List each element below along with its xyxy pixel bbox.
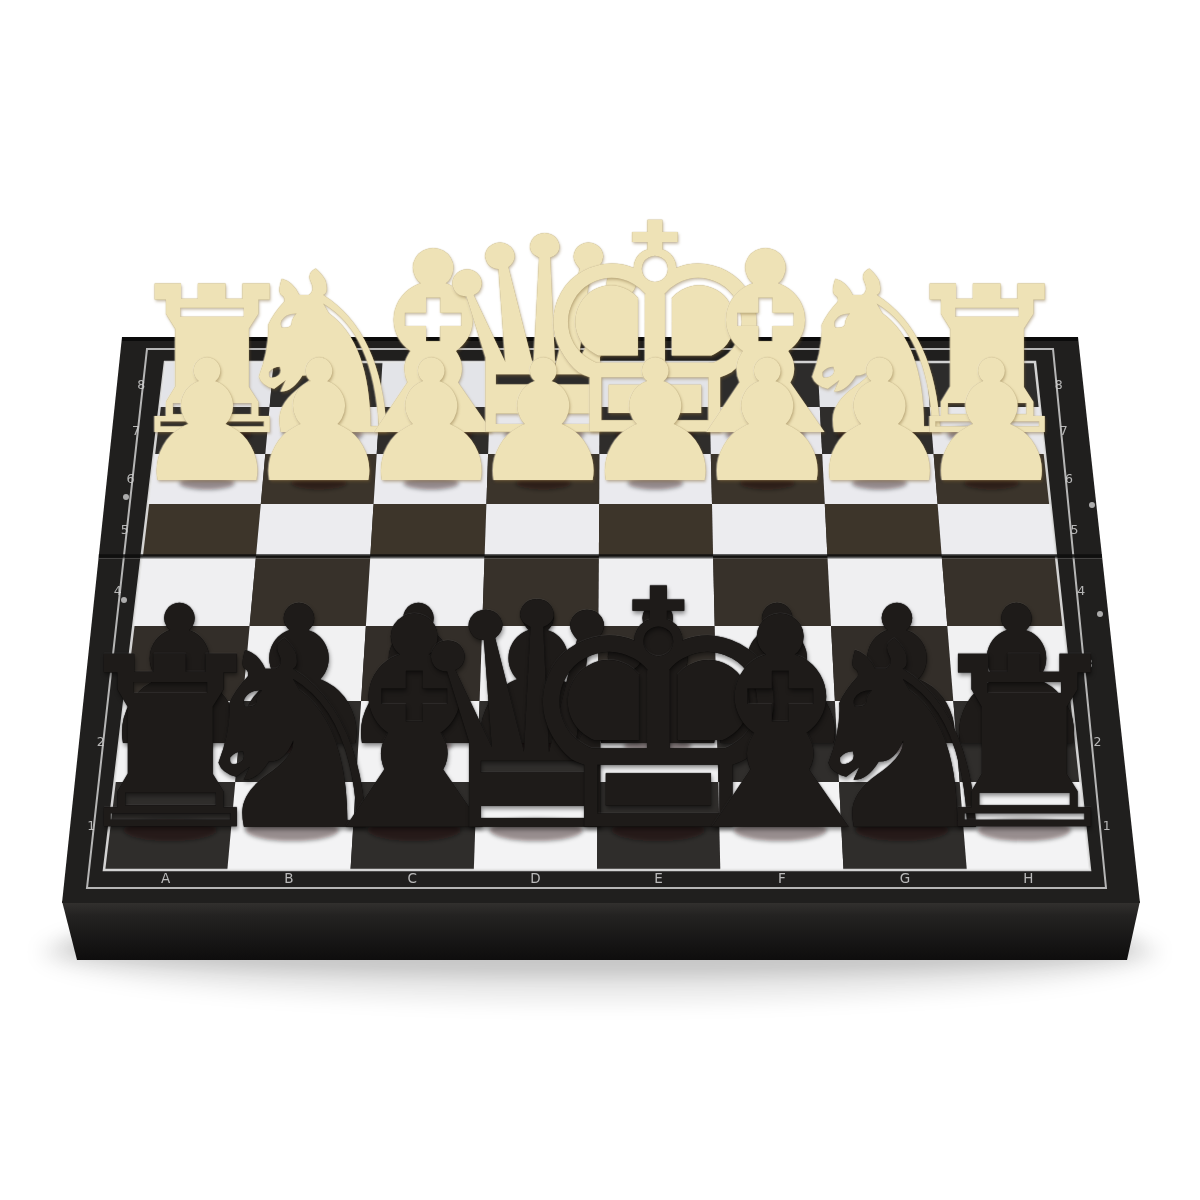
pieces-layer: ♜♞♝♛♚♝♞♜♟♟♟♟♟♟♟♟♟♟♟♟♟♟♟♟♜♞♝♛♚♝♞♜ xyxy=(0,0,1200,1200)
chess-set-photo: ABCDEFGH8877665544332211 ♜♞♝♛♚♝♞♜♟♟♟♟♟♟♟… xyxy=(0,0,1200,1200)
